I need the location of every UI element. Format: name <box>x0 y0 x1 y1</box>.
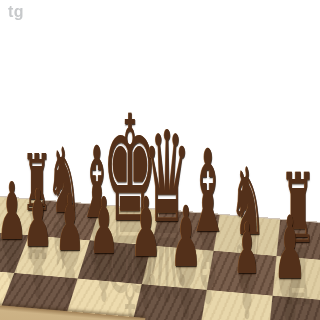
watermark: tg <box>8 3 24 21</box>
pieces-layer: ♜♜♞♞♝♝♚♚♛♛♝♝♞♞♜♜♟♟♟♟♟♟♟♟♟♟♟♟♟♟♟♟ <box>0 0 320 320</box>
piece-pawn: ♟ <box>290 205 320 292</box>
product-photo[interactable]: tg ♜♜♞♞♝♝♚♚♛♛♝♝♞♞♜♜♟♟♟♟♟♟♟♟♟♟♟♟♟♟♟♟ <box>0 0 320 320</box>
